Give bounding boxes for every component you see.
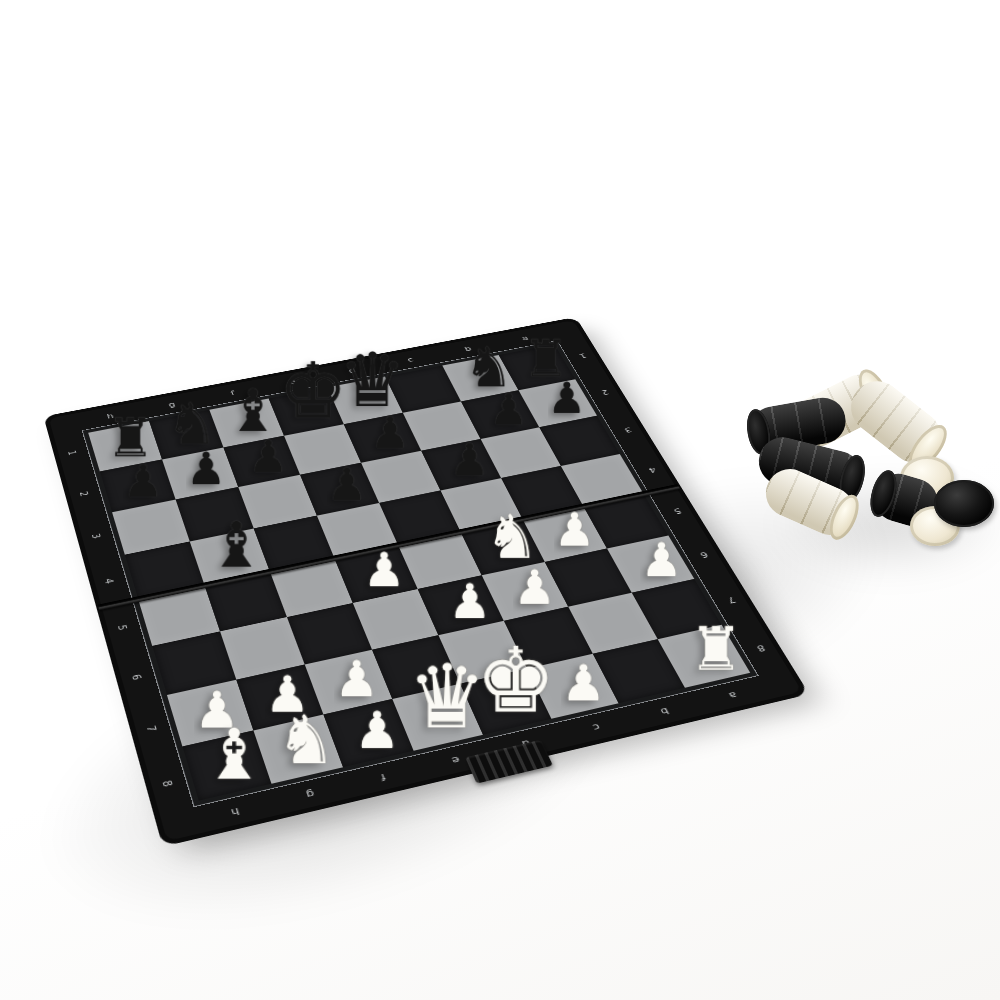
white-pawn-g4[interactable]: ♟ bbox=[554, 509, 595, 553]
black-pawn-f6[interactable]: ♟ bbox=[450, 440, 490, 482]
board-grid: ♜♞♝♚♛♞♜♟♟♟♟♟♟♟♟♝♟♞♟♟♟♟♟♟♟♝♞♟♛♚♟♜ bbox=[88, 344, 750, 800]
black-pawn-e7[interactable]: ♟ bbox=[371, 413, 410, 455]
black-pawn-b7[interactable]: ♟ bbox=[186, 448, 226, 490]
white-queen-d1[interactable]: ♛ bbox=[407, 656, 486, 740]
white-knight-b1[interactable]: ♞ bbox=[276, 708, 336, 772]
white-knight-f4[interactable]: ♞ bbox=[485, 508, 539, 566]
black-pawn-c7[interactable]: ♟ bbox=[248, 436, 288, 478]
white-king-e1[interactable]: ♚ bbox=[476, 638, 557, 723]
black-pawn-a7[interactable]: ♟ bbox=[123, 461, 163, 504]
playing-area: ♜♞♝♚♛♞♜♟♟♟♟♟♟♟♟♝♟♞♟♟♟♟♟♟♟♝♞♟♛♚♟♜ bbox=[82, 340, 759, 807]
black-king-d8[interactable]: ♚ bbox=[279, 355, 348, 428]
white-pawn-f3[interactable]: ♟ bbox=[513, 566, 556, 611]
rank-label-3: 3 bbox=[60, 524, 130, 549]
square-d4[interactable]: ♟ bbox=[334, 545, 417, 603]
white-bishop-a1[interactable]: ♝ bbox=[203, 722, 266, 789]
white-rook-h1[interactable]: ♜ bbox=[689, 620, 743, 677]
white-pawn-c1[interactable]: ♟ bbox=[354, 707, 400, 756]
white-pawn-f1[interactable]: ♟ bbox=[561, 660, 606, 708]
black-bishop-b5[interactable]: ♝ bbox=[208, 516, 265, 576]
closure-latch bbox=[465, 740, 553, 784]
folding-chess-board: hgfedcba hgfedcba 12345678 12345678 ♜♞♝♚… bbox=[49, 320, 802, 841]
white-pawn-h3[interactable]: ♟ bbox=[641, 539, 683, 584]
white-pawn-d4[interactable]: ♟ bbox=[363, 548, 405, 593]
black-checkers-disc bbox=[934, 480, 994, 527]
chess-board-scene: hgfedcba hgfedcba 12345678 12345678 ♜♞♝♚… bbox=[49, 320, 802, 841]
square-a1[interactable]: ♝ bbox=[182, 730, 271, 800]
black-queen-e8[interactable]: ♛ bbox=[339, 345, 406, 416]
black-pawn-g7[interactable]: ♟ bbox=[489, 390, 528, 431]
white-pawn-e3[interactable]: ♟ bbox=[448, 580, 491, 626]
black-pawn-d6[interactable]: ♟ bbox=[327, 464, 367, 507]
photo-canvas: hgfedcba hgfedcba 12345678 12345678 ♜♞♝♚… bbox=[0, 0, 1000, 1000]
black-pawn-h7[interactable]: ♟ bbox=[548, 379, 586, 420]
white-pawn-c2[interactable]: ♟ bbox=[334, 656, 379, 703]
rank-label-4: 4 bbox=[632, 447, 673, 491]
